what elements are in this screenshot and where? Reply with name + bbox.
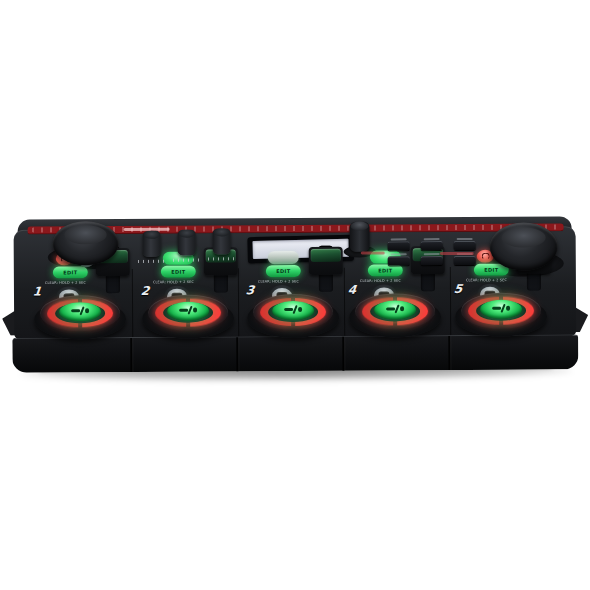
track-strip-2: EDIT CLEAR: HOLD + 2 SEC 2 <box>150 252 255 339</box>
menu-label-print <box>390 253 406 255</box>
track5-clear-print: CLEAR: HOLD + 2 SEC <box>466 278 520 283</box>
menu-button-6[interactable] <box>454 256 476 265</box>
level-knob-2[interactable] <box>178 230 196 256</box>
track3-edit-button[interactable]: EDIT <box>266 265 301 277</box>
knob-scale-print <box>173 259 201 262</box>
track4-clear-print: CLEAR: HOLD + 2 SEC <box>360 278 414 283</box>
menu-button-5[interactable] <box>421 256 443 265</box>
menu-cell <box>419 237 444 250</box>
rec-play-icon <box>386 304 404 313</box>
device-body: EDIT CLEAR: HOLD + 2 SEC 1 EDIT CLEAR: H… <box>12 214 579 377</box>
track1-edit-button[interactable]: EDIT <box>53 266 88 278</box>
track-strip-3: EDIT CLEAR: HOLD + 2 SEC 3 <box>255 252 360 339</box>
menu-button-1[interactable] <box>387 241 409 250</box>
front-face <box>12 334 578 372</box>
track2-edit-button[interactable]: EDIT <box>161 266 196 278</box>
track2-clear-print: CLEAR: HOLD + 2 SEC <box>153 280 207 285</box>
menu-label-print <box>390 238 406 240</box>
menu-label-print <box>424 253 440 255</box>
knob-scale-print <box>208 257 236 260</box>
menu-cell <box>386 237 411 250</box>
menu-label-print <box>424 238 440 240</box>
front-seam <box>448 336 450 370</box>
track3-fader[interactable] <box>309 247 343 275</box>
front-seam <box>236 337 238 371</box>
track-strip-1: EDIT CLEAR: HOLD + 2 SEC 1 <box>42 253 147 340</box>
rec-play-icon <box>284 305 302 314</box>
level-knob-1[interactable] <box>143 231 161 257</box>
rec-play-icon <box>179 306 197 315</box>
rec-play-icon <box>71 306 89 315</box>
right-master-knob[interactable] <box>490 222 558 270</box>
track2-number: 2 <box>140 284 150 298</box>
track3-number: 3 <box>245 283 255 297</box>
menu-button-4[interactable] <box>387 256 409 265</box>
left-master-knob[interactable] <box>53 221 119 265</box>
level-knob-3[interactable] <box>213 228 231 254</box>
front-seam <box>342 337 344 371</box>
red-print-text <box>361 251 385 254</box>
menu-cell <box>452 237 477 250</box>
red-print-text <box>440 252 474 255</box>
menu-label-print <box>457 238 473 240</box>
track4-number: 4 <box>347 283 357 297</box>
menu-button-3[interactable] <box>454 241 476 250</box>
value-knob[interactable] <box>350 222 370 252</box>
track1-clear-print: CLEAR: HOLD + 2 SEC <box>45 280 99 285</box>
track3-pale-button[interactable] <box>268 251 299 264</box>
menu-button-2[interactable] <box>421 241 443 250</box>
rec-play-icon <box>492 304 510 313</box>
track3-clear-print: CLEAR: HOLD + 2 SEC <box>258 279 312 284</box>
track5-number: 5 <box>453 282 463 296</box>
front-seam <box>130 338 132 372</box>
track4-edit-button[interactable]: EDIT <box>368 264 403 276</box>
knob-scale-print <box>138 260 166 263</box>
fader-cap-top <box>311 249 341 262</box>
menu-cell <box>386 252 411 265</box>
track1-number: 1 <box>32 285 42 299</box>
